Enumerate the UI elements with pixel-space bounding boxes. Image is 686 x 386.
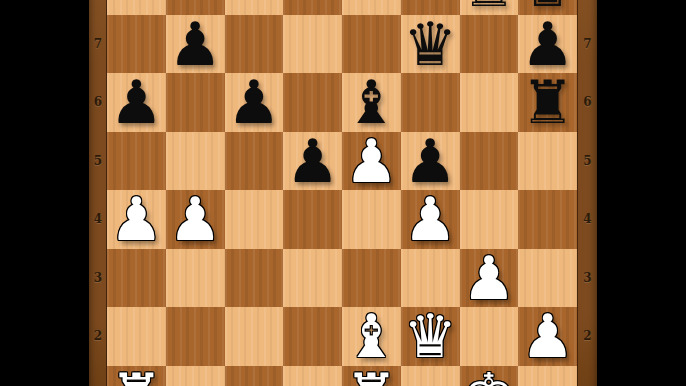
square-a7[interactable] <box>107 15 166 74</box>
square-d8[interactable] <box>283 0 342 15</box>
black-pawn[interactable]: ♟ <box>521 15 575 74</box>
black-rook[interactable]: ♜ <box>462 0 516 15</box>
square-c8[interactable] <box>225 0 284 15</box>
black-queen[interactable]: ♛ <box>403 15 457 74</box>
square-c1[interactable] <box>225 366 284 386</box>
square-d4[interactable] <box>283 190 342 249</box>
square-h3[interactable] <box>518 249 577 308</box>
square-a6[interactable]: ♟ <box>107 73 166 132</box>
square-e6[interactable]: ♝ <box>342 73 401 132</box>
square-f2[interactable]: ♛ <box>401 307 460 366</box>
rank-label-right-8: 8 <box>578 0 597 15</box>
square-h7[interactable]: ♟ <box>518 15 577 74</box>
white-king[interactable]: ♚ <box>462 366 516 386</box>
square-g7[interactable] <box>460 15 519 74</box>
square-d2[interactable] <box>283 307 342 366</box>
square-a1[interactable]: ♜ <box>107 366 166 386</box>
square-f3[interactable] <box>401 249 460 308</box>
square-c4[interactable] <box>225 190 284 249</box>
square-b6[interactable] <box>166 73 225 132</box>
rank-label-left-8: 8 <box>89 0 107 15</box>
chess-board-frame: ♜♚♟♛♟♟♟♝♜♟♟♟♟♟♟♟♝♛♟♜♜♚ 8877665544332211 <box>89 0 597 386</box>
rank-label-left-4: 4 <box>89 190 107 249</box>
square-b1[interactable] <box>166 366 225 386</box>
white-pawn[interactable]: ♟ <box>462 249 516 308</box>
rank-label-left-7: 7 <box>89 15 107 74</box>
square-c7[interactable] <box>225 15 284 74</box>
white-bishop[interactable]: ♝ <box>344 307 398 366</box>
white-pawn[interactable]: ♟ <box>168 190 222 249</box>
square-d1[interactable] <box>283 366 342 386</box>
square-b2[interactable] <box>166 307 225 366</box>
square-c3[interactable] <box>225 249 284 308</box>
rank-label-right-4: 4 <box>578 190 597 249</box>
rank-label-right-7: 7 <box>578 15 597 74</box>
square-f6[interactable] <box>401 73 460 132</box>
black-pawn[interactable]: ♟ <box>168 15 222 74</box>
square-f4[interactable]: ♟ <box>401 190 460 249</box>
square-e8[interactable] <box>342 0 401 15</box>
rank-label-left-2: 2 <box>89 307 107 366</box>
white-rook[interactable]: ♜ <box>109 366 163 386</box>
square-a4[interactable]: ♟ <box>107 190 166 249</box>
square-e4[interactable] <box>342 190 401 249</box>
square-g3[interactable]: ♟ <box>460 249 519 308</box>
rank-label-right-6: 6 <box>578 73 597 132</box>
rank-label-right-1: 1 <box>578 366 597 386</box>
square-g6[interactable] <box>460 73 519 132</box>
rank-label-right-5: 5 <box>578 132 597 191</box>
square-a2[interactable] <box>107 307 166 366</box>
square-e5[interactable]: ♟ <box>342 132 401 191</box>
square-d7[interactable] <box>283 15 342 74</box>
rank-label-left-1: 1 <box>89 366 107 386</box>
square-f5[interactable]: ♟ <box>401 132 460 191</box>
square-e1[interactable]: ♜ <box>342 366 401 386</box>
square-d5[interactable]: ♟ <box>283 132 342 191</box>
square-d3[interactable] <box>283 249 342 308</box>
square-e2[interactable]: ♝ <box>342 307 401 366</box>
square-g5[interactable] <box>460 132 519 191</box>
square-f1[interactable] <box>401 366 460 386</box>
rank-label-left-3: 3 <box>89 249 107 308</box>
square-c6[interactable]: ♟ <box>225 73 284 132</box>
square-d6[interactable] <box>283 73 342 132</box>
square-c2[interactable] <box>225 307 284 366</box>
white-pawn[interactable]: ♟ <box>521 307 575 366</box>
square-c5[interactable] <box>225 132 284 191</box>
black-pawn[interactable]: ♟ <box>227 73 281 132</box>
square-a5[interactable] <box>107 132 166 191</box>
rank-label-right-3: 3 <box>578 249 597 308</box>
black-bishop[interactable]: ♝ <box>344 73 398 132</box>
square-h1[interactable] <box>518 366 577 386</box>
black-pawn[interactable]: ♟ <box>403 132 457 191</box>
square-h2[interactable]: ♟ <box>518 307 577 366</box>
square-g8[interactable]: ♜ <box>460 0 519 15</box>
rank-label-left-5: 5 <box>89 132 107 191</box>
square-g1[interactable]: ♚ <box>460 366 519 386</box>
white-pawn[interactable]: ♟ <box>403 190 457 249</box>
black-pawn[interactable]: ♟ <box>109 73 163 132</box>
rank-label-left-6: 6 <box>89 73 107 132</box>
square-f7[interactable]: ♛ <box>401 15 460 74</box>
square-b4[interactable]: ♟ <box>166 190 225 249</box>
square-h4[interactable] <box>518 190 577 249</box>
chess-board[interactable]: ♜♚♟♛♟♟♟♝♜♟♟♟♟♟♟♟♝♛♟♜♜♚ <box>107 0 577 386</box>
square-e3[interactable] <box>342 249 401 308</box>
black-pawn[interactable]: ♟ <box>286 132 340 191</box>
black-rook[interactable]: ♜ <box>521 73 575 132</box>
square-b3[interactable] <box>166 249 225 308</box>
square-e7[interactable] <box>342 15 401 74</box>
square-g4[interactable] <box>460 190 519 249</box>
white-pawn[interactable]: ♟ <box>344 132 398 191</box>
square-b7[interactable]: ♟ <box>166 15 225 74</box>
white-queen[interactable]: ♛ <box>403 307 457 366</box>
square-a3[interactable] <box>107 249 166 308</box>
square-h6[interactable]: ♜ <box>518 73 577 132</box>
square-h5[interactable] <box>518 132 577 191</box>
square-g2[interactable] <box>460 307 519 366</box>
rank-label-right-2: 2 <box>578 307 597 366</box>
white-pawn[interactable]: ♟ <box>109 190 163 249</box>
video-frame: ♜♚♟♛♟♟♟♝♜♟♟♟♟♟♟♟♝♛♟♜♜♚ 8877665544332211 <box>0 0 686 386</box>
square-b5[interactable] <box>166 132 225 191</box>
white-rook[interactable]: ♜ <box>344 366 398 386</box>
square-a8[interactable] <box>107 0 166 15</box>
